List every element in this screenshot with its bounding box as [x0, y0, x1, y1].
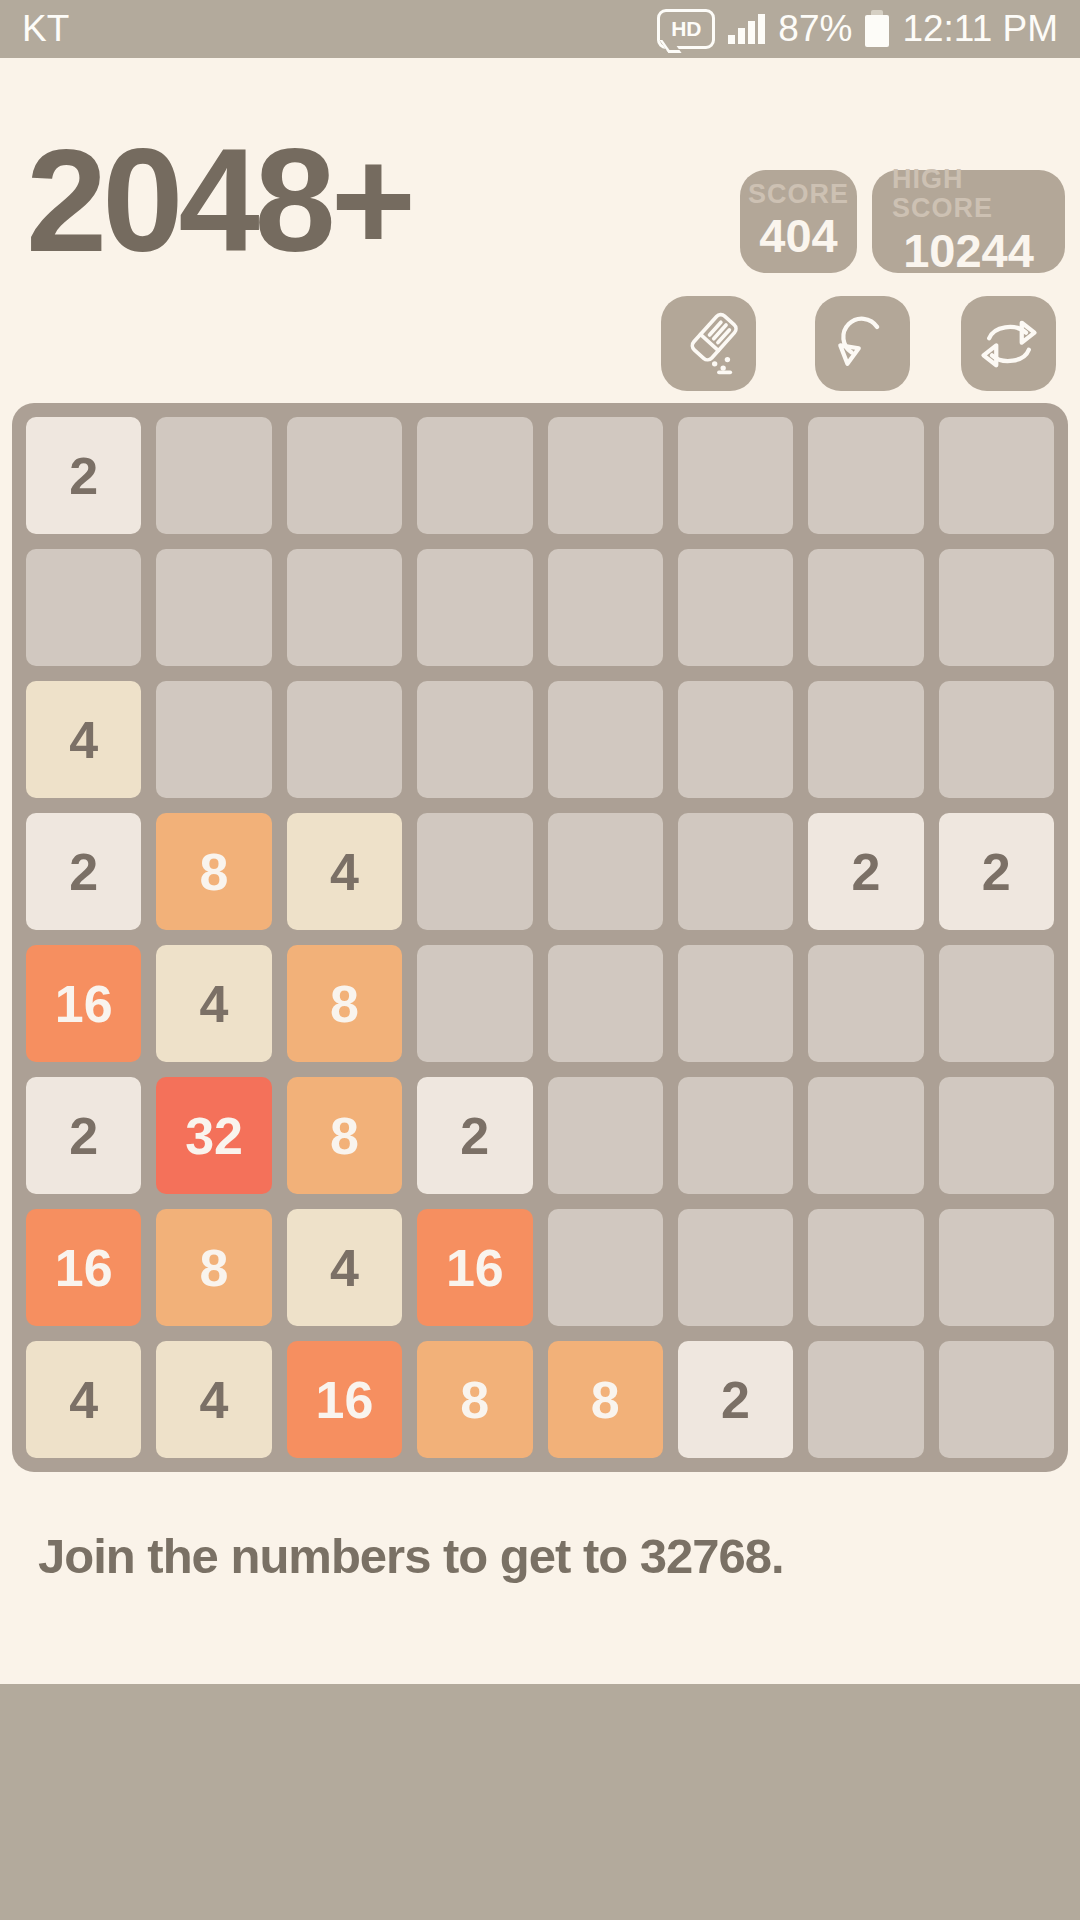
cell-empty: [808, 417, 923, 534]
cell-empty: [808, 1341, 923, 1458]
tile-2: 2: [26, 1077, 141, 1194]
high-score-label: HIGH SCORE: [892, 165, 1045, 224]
tile-8: 8: [156, 813, 271, 930]
goal-caption: Join the numbers to get to 32768.: [38, 1528, 1042, 1584]
cell-empty: [417, 549, 532, 666]
cell-empty: [548, 813, 663, 930]
cell-empty: [548, 417, 663, 534]
undo-button[interactable]: [815, 296, 910, 391]
cell-empty: [939, 1077, 1054, 1194]
board[interactable]: 24284221648232821684164416882: [12, 403, 1068, 1472]
cell-empty: [417, 681, 532, 798]
cell-empty: [548, 1209, 663, 1326]
cell-empty: [808, 945, 923, 1062]
tile-16: 16: [26, 945, 141, 1062]
cell-empty: [678, 1209, 793, 1326]
eraser-button[interactable]: [661, 296, 756, 391]
cell-empty: [417, 417, 532, 534]
cell-empty: [678, 813, 793, 930]
cell-empty: [939, 417, 1054, 534]
cell-empty: [808, 1077, 923, 1194]
tile-2: 2: [678, 1341, 793, 1458]
cell-empty: [548, 549, 663, 666]
tile-2: 2: [939, 813, 1054, 930]
score-label: SCORE: [748, 180, 849, 210]
score-box: SCORE 404: [740, 170, 857, 273]
cell-empty: [156, 681, 271, 798]
cell-empty: [678, 417, 793, 534]
high-score-value: 10244: [903, 224, 1034, 278]
cell-empty: [678, 945, 793, 1062]
hd-label: HD: [671, 17, 701, 41]
battery-percent: 87%: [778, 8, 852, 50]
tile-8: 8: [287, 1077, 402, 1194]
cell-empty: [678, 1077, 793, 1194]
tile-2: 2: [26, 813, 141, 930]
tile-4: 4: [156, 945, 271, 1062]
tile-8: 8: [417, 1341, 532, 1458]
battery-icon: [865, 15, 889, 47]
tile-4: 4: [26, 681, 141, 798]
cell-empty: [26, 549, 141, 666]
tile-4: 4: [287, 1209, 402, 1326]
cell-empty: [939, 945, 1054, 1062]
status-bar: KT HD 87% 12:11 PM: [0, 0, 1080, 58]
cell-empty: [548, 681, 663, 798]
carrier-label: KT: [22, 8, 69, 50]
tile-32: 32: [156, 1077, 271, 1194]
tile-4: 4: [287, 813, 402, 930]
tile-16: 16: [26, 1209, 141, 1326]
restart-button[interactable]: [961, 296, 1056, 391]
hd-icon: HD: [657, 9, 715, 49]
cell-empty: [678, 681, 793, 798]
tile-8: 8: [548, 1341, 663, 1458]
signal-strength-icon: [728, 14, 765, 44]
cell-empty: [939, 681, 1054, 798]
tile-2: 2: [26, 417, 141, 534]
tile-2: 2: [808, 813, 923, 930]
cell-empty: [417, 813, 532, 930]
cell-empty: [548, 1077, 663, 1194]
cell-empty: [156, 417, 271, 534]
page-title: 2048+: [26, 128, 411, 274]
cell-empty: [808, 681, 923, 798]
high-score-box: HIGH SCORE 10244: [872, 170, 1065, 273]
cell-empty: [548, 945, 663, 1062]
cell-empty: [808, 549, 923, 666]
undo-icon: [829, 310, 897, 378]
tile-16: 16: [287, 1341, 402, 1458]
cell-empty: [287, 549, 402, 666]
cell-empty: [939, 549, 1054, 666]
score-value: 404: [759, 209, 837, 263]
cell-empty: [678, 549, 793, 666]
tile-16: 16: [417, 1209, 532, 1326]
cell-empty: [939, 1341, 1054, 1458]
cell-empty: [417, 945, 532, 1062]
tile-4: 4: [26, 1341, 141, 1458]
tile-8: 8: [156, 1209, 271, 1326]
cell-empty: [939, 1209, 1054, 1326]
eraser-icon: [675, 310, 743, 378]
bottom-bar: [0, 1684, 1080, 1920]
cell-empty: [808, 1209, 923, 1326]
cell-empty: [156, 549, 271, 666]
tile-2: 2: [417, 1077, 532, 1194]
tile-8: 8: [287, 945, 402, 1062]
restart-icon: [975, 310, 1043, 378]
status-right-cluster: HD 87% 12:11 PM: [657, 8, 1058, 50]
cell-empty: [287, 417, 402, 534]
cell-empty: [287, 681, 402, 798]
tile-4: 4: [156, 1341, 271, 1458]
clock: 12:11 PM: [902, 8, 1058, 50]
